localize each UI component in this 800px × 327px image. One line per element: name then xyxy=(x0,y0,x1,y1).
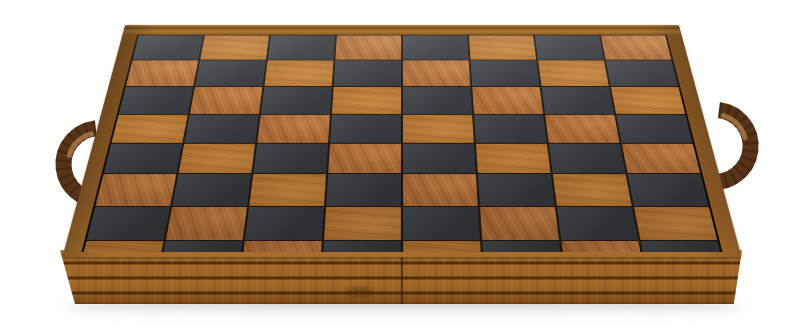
square-r1c8 xyxy=(601,35,671,59)
square-r1c7 xyxy=(535,35,604,59)
square-r4c5 xyxy=(403,115,474,143)
square-r7c1 xyxy=(87,207,170,240)
square-r8c5 xyxy=(403,241,482,252)
square-r8c1 xyxy=(81,241,163,252)
square-r3c2 xyxy=(190,87,262,114)
square-r8c6 xyxy=(482,241,563,252)
board-squares xyxy=(81,35,722,252)
square-r3c3 xyxy=(261,87,332,114)
square-r5c8 xyxy=(622,144,700,174)
square-r5c5 xyxy=(403,144,476,174)
square-r1c1 xyxy=(133,35,203,59)
square-r6c6 xyxy=(478,174,555,205)
square-r6c2 xyxy=(172,174,251,205)
square-r1c2 xyxy=(200,35,269,59)
square-r1c3 xyxy=(268,35,335,59)
square-r5c2 xyxy=(179,144,256,174)
board-frame xyxy=(62,25,741,257)
playing-area xyxy=(81,35,722,252)
square-r4c2 xyxy=(184,115,258,143)
square-r7c7 xyxy=(557,207,638,240)
square-r6c3 xyxy=(249,174,326,205)
square-r8c8 xyxy=(641,241,723,252)
square-r1c4 xyxy=(335,35,401,59)
square-r2c2 xyxy=(195,61,266,86)
square-r4c4 xyxy=(330,115,401,143)
square-r7c3 xyxy=(245,207,324,240)
square-r5c7 xyxy=(549,144,626,174)
box-front-panel xyxy=(60,250,742,304)
square-r2c5 xyxy=(403,61,470,86)
square-r5c4 xyxy=(328,144,401,174)
square-r8c2 xyxy=(159,241,243,252)
square-r3c8 xyxy=(611,87,685,114)
square-r5c6 xyxy=(476,144,551,174)
square-r4c7 xyxy=(545,115,619,143)
square-r1c5 xyxy=(403,35,469,59)
fold-seam xyxy=(401,250,403,304)
chessboard-product-photo xyxy=(0,0,800,327)
square-r8c3 xyxy=(240,241,321,252)
square-r6c5 xyxy=(403,174,478,205)
square-r5c1 xyxy=(104,144,182,174)
square-r7c2 xyxy=(166,207,247,240)
square-r2c7 xyxy=(538,61,609,86)
square-r2c8 xyxy=(606,61,678,86)
square-r7c4 xyxy=(324,207,401,240)
square-r2c4 xyxy=(334,61,401,86)
square-r7c5 xyxy=(403,207,480,240)
square-r2c1 xyxy=(126,61,198,86)
square-r2c3 xyxy=(264,61,333,86)
square-r7c8 xyxy=(634,207,717,240)
square-r4c3 xyxy=(257,115,330,143)
square-r8c4 xyxy=(322,241,401,252)
square-r3c6 xyxy=(472,87,543,114)
square-r3c4 xyxy=(332,87,401,114)
square-r6c4 xyxy=(326,174,401,205)
square-r6c8 xyxy=(628,174,709,205)
square-r1c6 xyxy=(469,35,536,59)
square-r4c8 xyxy=(616,115,692,143)
square-r3c1 xyxy=(119,87,193,114)
square-r6c1 xyxy=(95,174,176,205)
chessboard xyxy=(62,25,741,257)
square-r7c6 xyxy=(480,207,559,240)
square-r3c7 xyxy=(542,87,614,114)
square-r3c5 xyxy=(403,87,472,114)
square-r4c6 xyxy=(474,115,547,143)
square-r2c6 xyxy=(471,61,540,86)
square-r5c3 xyxy=(253,144,328,174)
square-r4c1 xyxy=(112,115,188,143)
square-r6c7 xyxy=(553,174,632,205)
square-r8c7 xyxy=(561,241,645,252)
